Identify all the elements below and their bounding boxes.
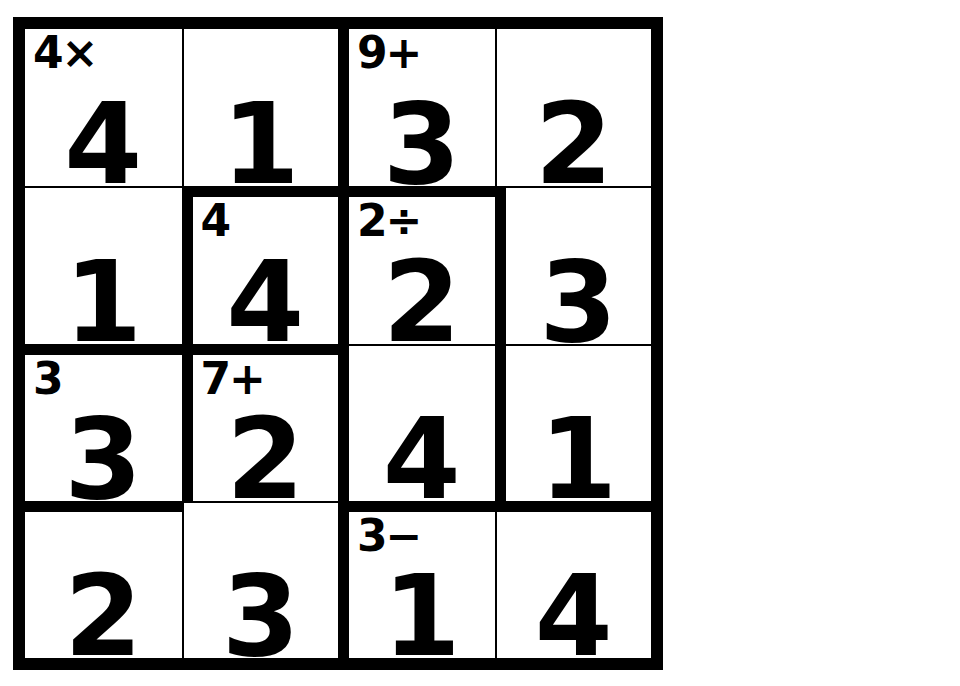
cell-value: 1 (64, 246, 142, 358)
cage-clue-4x: 4× (33, 31, 96, 75)
cell-value: 1 (222, 88, 300, 200)
cell-value: 3 (539, 246, 617, 358)
cell-r1c3[interactable]: 9+ 3 (338, 29, 495, 186)
cell-value: 4 (383, 403, 461, 515)
cage-clue-4: 4 (201, 199, 230, 243)
cell-r1c1[interactable]: 4× 4 (25, 29, 182, 186)
cell-value: 2 (535, 88, 613, 200)
cell-r3c4[interactable]: 1 (495, 344, 652, 501)
cell-r3c2[interactable]: 7+ 2 (182, 344, 339, 501)
kenken-board: 4× 4 1 9+ 3 2 1 4 4 2÷ 2 3 3 3 7+ 2 4 (13, 17, 663, 670)
cage-clue-2div: 2÷ (357, 199, 420, 243)
cage-clue-3minus: 3− (357, 514, 420, 558)
cell-r4c3[interactable]: 3− 1 (338, 501, 495, 658)
cell-value: 2 (64, 560, 142, 672)
cell-value: 4 (64, 88, 142, 200)
cell-r4c4[interactable]: 4 (495, 501, 652, 658)
cell-r1c2[interactable]: 1 (182, 29, 339, 186)
cell-r3c3[interactable]: 4 (338, 344, 495, 501)
cell-value: 3 (64, 403, 142, 515)
cage-clue-9plus: 9+ (357, 31, 420, 75)
cell-value: 4 (535, 560, 613, 672)
cage-clue-3: 3 (33, 357, 62, 401)
cell-r2c3[interactable]: 2÷ 2 (338, 186, 495, 343)
cell-r4c1[interactable]: 2 (25, 501, 182, 658)
cell-r2c1[interactable]: 1 (25, 186, 182, 343)
cell-value: 1 (383, 560, 461, 672)
cage-clue-7plus: 7+ (201, 357, 264, 401)
cell-value: 3 (383, 88, 461, 200)
cell-r3c1[interactable]: 3 3 (25, 344, 182, 501)
cell-r1c4[interactable]: 2 (495, 29, 652, 186)
cell-value: 2 (226, 403, 304, 515)
cell-value: 1 (539, 403, 617, 515)
cell-value: 3 (222, 560, 300, 672)
cell-r2c2[interactable]: 4 4 (182, 186, 339, 343)
cell-value: 4 (226, 246, 304, 358)
cell-r4c2[interactable]: 3 (182, 501, 339, 658)
cell-value: 2 (383, 246, 461, 358)
cell-r2c4[interactable]: 3 (495, 186, 652, 343)
